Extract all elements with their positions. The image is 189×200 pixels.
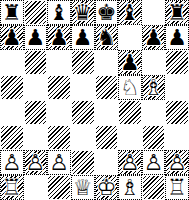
piece-white-pawn: ♙ [0,150,24,175]
square-g3[interactable] [142,125,166,150]
square-f8[interactable]: ♝ [118,0,142,25]
square-g8[interactable] [142,0,166,25]
piece-white-pawn: ♙ [142,150,166,175]
square-c3[interactable] [47,125,71,150]
square-d5[interactable] [71,75,95,100]
piece-black-pawn: ♟ [165,25,189,50]
piece-black-rook: ♜ [165,0,189,25]
piece-black-pawn: ♟ [47,25,71,50]
square-g6[interactable] [142,50,166,75]
piece-white-pawn: ♙ [165,150,189,175]
piece-black-king: ♚ [95,0,119,25]
square-a7[interactable]: ♟ [0,25,24,50]
piece-white-pawn: ♙ [47,150,71,175]
square-a3[interactable] [0,125,24,150]
square-g5[interactable]: ♗ [142,75,166,100]
piece-white-knight: ♘ [118,75,142,100]
piece-black-knight: ♞ [95,25,119,50]
square-d4[interactable] [71,100,95,125]
square-h1[interactable]: ♖ [165,175,189,200]
square-e6[interactable] [95,50,119,75]
square-b8[interactable] [24,0,48,25]
square-c1[interactable] [47,175,71,200]
square-e2[interactable] [95,150,119,175]
square-a5[interactable] [0,75,24,100]
square-b1[interactable] [24,175,48,200]
square-g1[interactable] [142,175,166,200]
piece-white-rook: ♖ [165,175,189,200]
square-e7[interactable]: ♞ [95,25,119,50]
piece-black-pawn: ♟ [0,25,24,50]
square-e3[interactable] [95,125,119,150]
square-b5[interactable] [24,75,48,100]
square-f7[interactable] [118,25,142,50]
piece-white-pawn: ♙ [118,150,142,175]
chess-board: ♜♝♛♚♝♜♟♟♟♟♞♟♟♟♘♗♙♙♙♙♙♙♖♕♔♗♖ [0,0,189,200]
square-d2[interactable] [71,150,95,175]
square-a1[interactable]: ♖ [0,175,24,200]
piece-black-pawn: ♟ [118,50,142,75]
square-h3[interactable] [165,125,189,150]
square-h7[interactable]: ♟ [165,25,189,50]
square-c2[interactable]: ♙ [47,150,71,175]
square-g7[interactable]: ♟ [142,25,166,50]
square-b2[interactable]: ♙ [24,150,48,175]
square-a2[interactable]: ♙ [0,150,24,175]
square-b6[interactable] [24,50,48,75]
square-e8[interactable]: ♚ [95,0,119,25]
piece-black-queen: ♛ [71,0,95,25]
square-f1[interactable]: ♗ [118,175,142,200]
square-d7[interactable]: ♟ [71,25,95,50]
piece-white-pawn: ♙ [24,150,48,175]
square-b3[interactable] [24,125,48,150]
square-d6[interactable] [71,50,95,75]
piece-black-pawn: ♟ [142,25,166,50]
square-a8[interactable]: ♜ [0,0,24,25]
square-d8[interactable]: ♛ [71,0,95,25]
square-d1[interactable]: ♕ [71,175,95,200]
square-b4[interactable] [24,100,48,125]
square-h5[interactable] [165,75,189,100]
square-f3[interactable] [118,125,142,150]
square-c4[interactable] [47,100,71,125]
piece-white-king: ♔ [95,175,119,200]
square-c6[interactable] [47,50,71,75]
square-c7[interactable]: ♟ [47,25,71,50]
square-h6[interactable] [165,50,189,75]
square-g4[interactable] [142,100,166,125]
square-b7[interactable]: ♟ [24,25,48,50]
square-h8[interactable]: ♜ [165,0,189,25]
square-a4[interactable] [0,100,24,125]
piece-black-bishop: ♝ [47,0,71,25]
piece-white-bishop: ♗ [118,175,142,200]
square-e5[interactable] [95,75,119,100]
piece-white-bishop: ♗ [142,75,166,100]
square-c5[interactable] [47,75,71,100]
piece-white-rook: ♖ [0,175,24,200]
piece-white-queen: ♕ [71,175,95,200]
piece-black-pawn: ♟ [24,25,48,50]
square-f4[interactable] [118,100,142,125]
square-e1[interactable]: ♔ [95,175,119,200]
square-c8[interactable]: ♝ [47,0,71,25]
square-d3[interactable] [71,125,95,150]
square-e4[interactable] [95,100,119,125]
piece-black-pawn: ♟ [71,25,95,50]
square-h4[interactable] [165,100,189,125]
square-g2[interactable]: ♙ [142,150,166,175]
piece-black-bishop: ♝ [118,0,142,25]
square-f6[interactable]: ♟ [118,50,142,75]
piece-black-rook: ♜ [0,0,24,25]
square-f5[interactable]: ♘ [118,75,142,100]
square-f2[interactable]: ♙ [118,150,142,175]
square-h2[interactable]: ♙ [165,150,189,175]
square-a6[interactable] [0,50,24,75]
